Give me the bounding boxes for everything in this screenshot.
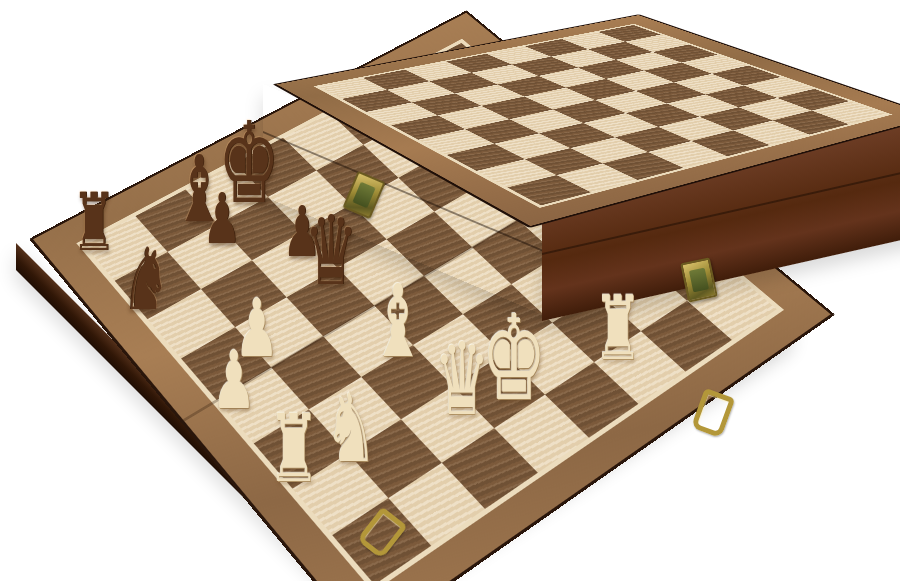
product-photo-stage: ♚♝♟♜♟♛♞♝♟♜♚♟♛♞♜ [0,0,900,581]
